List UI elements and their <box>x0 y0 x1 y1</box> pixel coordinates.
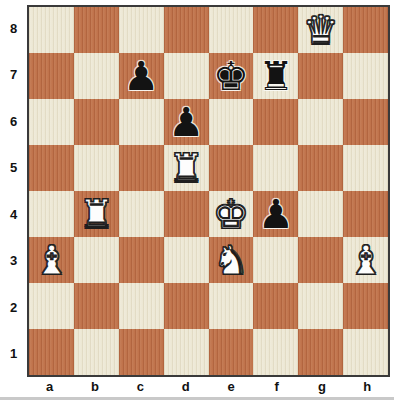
square-c6[interactable] <box>119 99 164 145</box>
square-a8[interactable] <box>29 7 74 53</box>
square-b5[interactable] <box>74 145 119 191</box>
file-label-c: c <box>118 377 163 396</box>
rank-label-8: 8 <box>0 5 27 52</box>
rank-label-4: 4 <box>0 191 27 238</box>
square-d3[interactable] <box>164 237 209 283</box>
square-a7[interactable] <box>29 53 74 99</box>
piece-black-pawn-f4[interactable]: ♟ <box>258 194 294 234</box>
square-f4[interactable]: ♟ <box>253 191 298 237</box>
square-f2[interactable] <box>253 283 298 329</box>
square-e5[interactable] <box>209 145 254 191</box>
square-h4[interactable] <box>343 191 388 237</box>
square-b7[interactable] <box>74 53 119 99</box>
square-e8[interactable] <box>209 7 254 53</box>
square-f7[interactable]: ♜ <box>253 53 298 99</box>
piece-black-rook-f7[interactable]: ♜ <box>258 56 294 96</box>
square-d6[interactable]: ♟ <box>164 99 209 145</box>
square-h7[interactable] <box>343 53 388 99</box>
square-h6[interactable] <box>343 99 388 145</box>
file-label-g: g <box>299 377 344 396</box>
square-f5[interactable] <box>253 145 298 191</box>
square-g8[interactable]: ♛ <box>298 7 343 53</box>
square-a1[interactable] <box>29 329 74 375</box>
file-labels: abcdefgh <box>27 377 390 396</box>
square-e4[interactable]: ♚ <box>209 191 254 237</box>
piece-white-knight-e3[interactable]: ♞ <box>213 240 249 280</box>
file-label-d: d <box>163 377 208 396</box>
square-f3[interactable] <box>253 237 298 283</box>
piece-black-pawn-c7[interactable]: ♟ <box>123 56 159 96</box>
square-a4[interactable] <box>29 191 74 237</box>
square-a5[interactable] <box>29 145 74 191</box>
rank-label-5: 5 <box>0 145 27 192</box>
square-e6[interactable] <box>209 99 254 145</box>
square-g4[interactable] <box>298 191 343 237</box>
piece-white-king-e4[interactable]: ♚ <box>213 194 249 234</box>
square-e1[interactable] <box>209 329 254 375</box>
file-label-f: f <box>254 377 299 396</box>
square-b3[interactable] <box>74 237 119 283</box>
square-g7[interactable] <box>298 53 343 99</box>
square-h5[interactable] <box>343 145 388 191</box>
square-g5[interactable] <box>298 145 343 191</box>
square-b8[interactable] <box>74 7 119 53</box>
file-label-b: b <box>72 377 117 396</box>
file-label-e: e <box>209 377 254 396</box>
square-d2[interactable] <box>164 283 209 329</box>
rank-label-6: 6 <box>0 98 27 145</box>
square-d5[interactable]: ♜ <box>164 145 209 191</box>
file-label-a: a <box>27 377 72 396</box>
rank-label-2: 2 <box>0 284 27 331</box>
square-f1[interactable] <box>253 329 298 375</box>
square-c8[interactable] <box>119 7 164 53</box>
rank-label-1: 1 <box>0 331 27 378</box>
square-b1[interactable] <box>74 329 119 375</box>
chess-diagram: 87654321 ♛♟♚♜♟♜♜♚♟♝♞♝ abcdefgh <box>0 0 394 400</box>
file-label-h: h <box>345 377 390 396</box>
rank-label-7: 7 <box>0 52 27 99</box>
square-e3[interactable]: ♞ <box>209 237 254 283</box>
square-f8[interactable] <box>253 7 298 53</box>
square-a2[interactable] <box>29 283 74 329</box>
rank-label-3: 3 <box>0 238 27 285</box>
square-e2[interactable] <box>209 283 254 329</box>
square-g6[interactable] <box>298 99 343 145</box>
square-g3[interactable] <box>298 237 343 283</box>
square-c7[interactable]: ♟ <box>119 53 164 99</box>
square-c2[interactable] <box>119 283 164 329</box>
piece-white-rook-b4[interactable]: ♜ <box>78 194 114 234</box>
square-b4[interactable]: ♜ <box>74 191 119 237</box>
board: ♛♟♚♜♟♜♜♚♟♝♞♝ <box>27 5 390 377</box>
square-g1[interactable] <box>298 329 343 375</box>
square-h2[interactable] <box>343 283 388 329</box>
square-a3[interactable]: ♝ <box>29 237 74 283</box>
piece-white-bishop-h3[interactable]: ♝ <box>348 240 384 280</box>
piece-white-queen-g8[interactable]: ♛ <box>303 10 339 50</box>
piece-black-pawn-d6[interactable]: ♟ <box>168 102 204 142</box>
piece-white-rook-d5[interactable]: ♜ <box>168 148 204 188</box>
square-g2[interactable] <box>298 283 343 329</box>
piece-black-king-e7[interactable]: ♚ <box>213 56 249 96</box>
square-e7[interactable]: ♚ <box>209 53 254 99</box>
square-c1[interactable] <box>119 329 164 375</box>
square-a6[interactable] <box>29 99 74 145</box>
square-d8[interactable] <box>164 7 209 53</box>
square-h8[interactable] <box>343 7 388 53</box>
square-d7[interactable] <box>164 53 209 99</box>
square-d1[interactable] <box>164 329 209 375</box>
square-h1[interactable] <box>343 329 388 375</box>
square-b2[interactable] <box>74 283 119 329</box>
square-h3[interactable]: ♝ <box>343 237 388 283</box>
square-d4[interactable] <box>164 191 209 237</box>
square-f6[interactable] <box>253 99 298 145</box>
square-c4[interactable] <box>119 191 164 237</box>
square-b6[interactable] <box>74 99 119 145</box>
rank-labels: 87654321 <box>0 5 27 377</box>
square-c3[interactable] <box>119 237 164 283</box>
square-c5[interactable] <box>119 145 164 191</box>
piece-white-bishop-a3[interactable]: ♝ <box>34 240 70 280</box>
